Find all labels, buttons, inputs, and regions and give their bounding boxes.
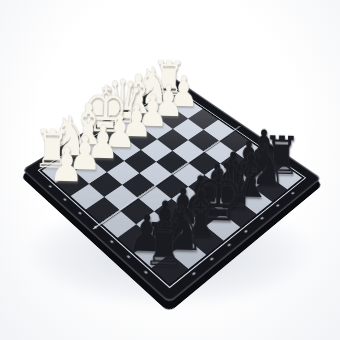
- piece-white-pawn[interactable]: ♟: [103, 108, 136, 154]
- square-b1[interactable]: ♞: [144, 98, 174, 118]
- piece-white-pawn[interactable]: ♟: [136, 88, 168, 132]
- piece-white-knight[interactable]: ♞: [135, 60, 173, 111]
- piece-white-pawn[interactable]: ♟: [167, 70, 198, 113]
- square-d3[interactable]: [141, 139, 173, 162]
- piece-white-rook[interactable]: ♜: [151, 54, 186, 102]
- square-b3[interactable]: [173, 119, 204, 140]
- square-a4[interactable]: [203, 120, 234, 141]
- piece-white-pawn[interactable]: ♟: [152, 79, 184, 123]
- square-d1[interactable]: ♛: [112, 117, 143, 138]
- piece-black-rook[interactable]: ♜: [142, 215, 186, 275]
- square-a1[interactable]: ♜: [159, 89, 188, 108]
- board-grid: ♜♟♟♜♞♟♟♞♝♟♟♝♛♟♟♛♚♟♟♚♝♟♟♝♞♟♟♞♜♟♟♜: [42, 89, 302, 284]
- camera-tilt: ♜♟♟♜♞♟♟♞♝♟♟♝♛♟♟♛♚♟♟♚♝♟♟♝♞♟♟♞♜♟♟♜: [0, 0, 340, 340]
- square-a3[interactable]: [188, 109, 218, 130]
- piece-white-pawn[interactable]: ♟: [49, 140, 84, 188]
- piece-white-queen[interactable]: ♛: [100, 71, 144, 132]
- square-a2[interactable]: ♟: [173, 99, 203, 119]
- square-c3[interactable]: [157, 129, 188, 151]
- square-c1[interactable]: ♝: [128, 107, 158, 128]
- square-b2[interactable]: ♟: [158, 108, 188, 129]
- piece-white-pawn[interactable]: ♟: [120, 98, 153, 143]
- product-photo-scene: ♜♟♟♜♞♟♟♞♝♟♟♝♛♟♟♛♚♟♟♚♝♟♟♝♞♟♟♞♜♟♟♜: [0, 0, 340, 340]
- square-c2[interactable]: ♟: [142, 118, 173, 139]
- piece-white-bishop[interactable]: ♝: [118, 67, 158, 122]
- chess-board: ♜♟♟♜♞♟♟♞♝♟♟♝♛♟♟♛♚♟♟♚♝♟♟♝♞♟♟♞♜♟♟♜: [22, 78, 322, 304]
- square-e2[interactable]: ♟: [109, 138, 141, 161]
- square-d2[interactable]: ♟: [126, 128, 157, 150]
- square-e3[interactable]: [124, 150, 156, 173]
